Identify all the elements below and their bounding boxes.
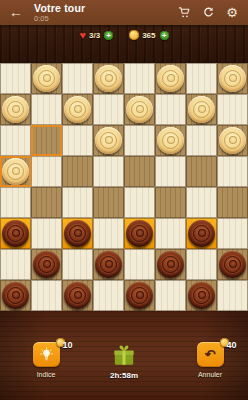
piece-brown[interactable] bbox=[157, 251, 184, 278]
piece-cream[interactable] bbox=[64, 96, 91, 123]
square-r5c6[interactable] bbox=[155, 187, 186, 218]
square-r4c8 bbox=[217, 156, 248, 187]
square-r4c6 bbox=[155, 156, 186, 187]
piece-cream[interactable] bbox=[219, 127, 246, 154]
heart-icon: ♥ bbox=[79, 30, 86, 41]
coins-value: 365 bbox=[142, 31, 155, 40]
top-bar-actions: ⚙ bbox=[178, 6, 248, 19]
square-r2c7[interactable] bbox=[186, 94, 217, 125]
gift-icon bbox=[111, 342, 137, 368]
square-r1c4[interactable] bbox=[93, 63, 124, 94]
square-r2c8 bbox=[217, 94, 248, 125]
square-r2c3[interactable] bbox=[62, 94, 93, 125]
undo-group: ↶ 40 Annuler bbox=[180, 342, 240, 378]
square-r1c7 bbox=[186, 63, 217, 94]
square-r1c8[interactable] bbox=[217, 63, 248, 94]
square-r3c3 bbox=[62, 125, 93, 156]
square-r7c7 bbox=[186, 249, 217, 280]
square-r3c6[interactable] bbox=[155, 125, 186, 156]
piece-brown[interactable] bbox=[126, 282, 153, 309]
square-r6c4 bbox=[93, 218, 124, 249]
square-r7c6[interactable] bbox=[155, 249, 186, 280]
square-r1c6[interactable] bbox=[155, 63, 186, 94]
square-r2c2 bbox=[31, 94, 62, 125]
square-r6c8 bbox=[217, 218, 248, 249]
add-coins-button[interactable]: + bbox=[160, 31, 169, 40]
coins-counter: 365 + bbox=[129, 29, 168, 41]
square-r7c3 bbox=[62, 249, 93, 280]
square-r6c2 bbox=[31, 218, 62, 249]
board bbox=[0, 63, 248, 311]
piece-brown[interactable] bbox=[188, 220, 215, 247]
square-r5c2[interactable] bbox=[31, 187, 62, 218]
gift-timer: 2h:58m bbox=[110, 371, 138, 380]
title-block: Votre tour 0:05 bbox=[34, 3, 178, 23]
square-r6c6 bbox=[155, 218, 186, 249]
piece-cream[interactable] bbox=[157, 65, 184, 92]
square-r5c1 bbox=[0, 187, 31, 218]
square-r4c1[interactable] bbox=[0, 156, 31, 187]
piece-brown[interactable] bbox=[2, 220, 29, 247]
square-r6c7[interactable] bbox=[186, 218, 217, 249]
square-r3c1 bbox=[0, 125, 31, 156]
undo-label: Annuler bbox=[198, 371, 222, 378]
piece-cream[interactable] bbox=[95, 65, 122, 92]
square-r8c8 bbox=[217, 280, 248, 311]
piece-cream[interactable] bbox=[188, 96, 215, 123]
hint-button[interactable] bbox=[33, 342, 60, 367]
piece-brown[interactable] bbox=[126, 220, 153, 247]
square-r6c3[interactable] bbox=[62, 218, 93, 249]
square-r3c5 bbox=[124, 125, 155, 156]
square-r2c4 bbox=[93, 94, 124, 125]
square-r4c4 bbox=[93, 156, 124, 187]
shop-cart-icon[interactable] bbox=[178, 6, 191, 19]
undo-arrow-icon: ↶ bbox=[205, 348, 216, 361]
square-r5c4[interactable] bbox=[93, 187, 124, 218]
square-r8c1[interactable] bbox=[0, 280, 31, 311]
square-r7c1 bbox=[0, 249, 31, 280]
coin-icon bbox=[129, 30, 139, 40]
square-r3c2[interactable] bbox=[31, 125, 62, 156]
piece-cream[interactable] bbox=[95, 127, 122, 154]
square-r8c7[interactable] bbox=[186, 280, 217, 311]
add-hearts-button[interactable]: + bbox=[104, 31, 113, 40]
square-r6c1[interactable] bbox=[0, 218, 31, 249]
hint-group: 10 Indice bbox=[16, 342, 76, 378]
square-r5c5 bbox=[124, 187, 155, 218]
piece-brown[interactable] bbox=[64, 220, 91, 247]
square-r3c4[interactable] bbox=[93, 125, 124, 156]
square-r4c3[interactable] bbox=[62, 156, 93, 187]
square-r5c3 bbox=[62, 187, 93, 218]
page-title: Votre tour bbox=[34, 3, 178, 14]
resource-strip: ♥ 3/3 + 365 + bbox=[0, 25, 248, 63]
gift-group[interactable]: 2h:58m bbox=[94, 342, 154, 380]
square-r1c1 bbox=[0, 63, 31, 94]
square-r7c8[interactable] bbox=[217, 249, 248, 280]
footer-bar: 10 Indice 2h:58m ↶ 40 Annuler bbox=[0, 311, 248, 400]
undo-cost: 40 bbox=[227, 340, 237, 350]
square-r7c2[interactable] bbox=[31, 249, 62, 280]
hearts-counter: ♥ 3/3 + bbox=[79, 29, 113, 41]
hearts-value: 3/3 bbox=[89, 31, 100, 40]
piece-brown[interactable] bbox=[188, 282, 215, 309]
square-r8c6 bbox=[155, 280, 186, 311]
square-r4c7[interactable] bbox=[186, 156, 217, 187]
square-r1c3 bbox=[62, 63, 93, 94]
square-r3c8[interactable] bbox=[217, 125, 248, 156]
piece-brown[interactable] bbox=[219, 251, 246, 278]
piece-cream[interactable] bbox=[33, 65, 60, 92]
square-r5c7 bbox=[186, 187, 217, 218]
square-r6c5[interactable] bbox=[124, 218, 155, 249]
piece-cream[interactable] bbox=[126, 96, 153, 123]
top-bar: ← Votre tour 0:05 ⚙ bbox=[0, 0, 248, 25]
piece-brown[interactable] bbox=[2, 282, 29, 309]
refresh-icon[interactable] bbox=[202, 6, 215, 19]
square-r4c5[interactable] bbox=[124, 156, 155, 187]
piece-brown[interactable] bbox=[95, 251, 122, 278]
square-r2c6 bbox=[155, 94, 186, 125]
square-r8c5[interactable] bbox=[124, 280, 155, 311]
back-arrow-icon[interactable]: ← bbox=[0, 0, 29, 25]
piece-cream[interactable] bbox=[157, 127, 184, 154]
piece-cream[interactable] bbox=[2, 96, 29, 123]
square-r3c7 bbox=[186, 125, 217, 156]
settings-gear-icon[interactable]: ⚙ bbox=[226, 6, 238, 19]
square-r5c8[interactable] bbox=[217, 187, 248, 218]
square-r7c5 bbox=[124, 249, 155, 280]
piece-brown[interactable] bbox=[33, 251, 60, 278]
hint-cost: 10 bbox=[63, 340, 73, 350]
square-r1c2[interactable] bbox=[31, 63, 62, 94]
square-r4c2 bbox=[31, 156, 62, 187]
piece-brown[interactable] bbox=[64, 282, 91, 309]
checkers-app: ← Votre tour 0:05 ⚙ ♥ bbox=[0, 0, 248, 400]
hint-label: Indice bbox=[37, 371, 56, 378]
undo-button[interactable]: ↶ bbox=[197, 342, 224, 367]
square-r2c5[interactable] bbox=[124, 94, 155, 125]
square-r7c4[interactable] bbox=[93, 249, 124, 280]
turn-timer: 0:05 bbox=[34, 15, 178, 23]
piece-cream[interactable] bbox=[219, 65, 246, 92]
square-r1c5 bbox=[124, 63, 155, 94]
square-r2c1[interactable] bbox=[0, 94, 31, 125]
piece-cream[interactable] bbox=[2, 158, 29, 185]
square-r8c3[interactable] bbox=[62, 280, 93, 311]
square-r8c4 bbox=[93, 280, 124, 311]
square-r8c2 bbox=[31, 280, 62, 311]
lightbulb-icon bbox=[39, 347, 54, 362]
